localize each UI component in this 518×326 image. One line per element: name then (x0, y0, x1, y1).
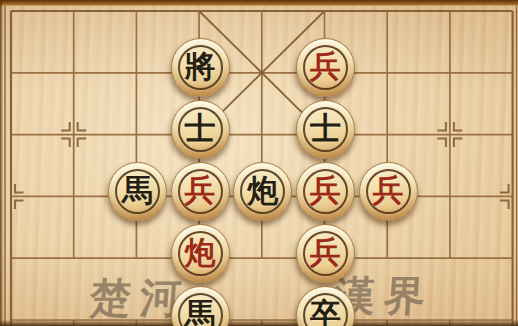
piece-glyph: 士 (310, 113, 341, 144)
piece-red-soldier[interactable]: 兵 (296, 38, 355, 97)
piece-glyph: 馬 (185, 299, 216, 326)
piece-black-cannon[interactable]: 炮 (233, 162, 292, 221)
piece-red-soldier[interactable]: 兵 (359, 162, 418, 221)
piece-black-advisor[interactable]: 士 (171, 100, 230, 159)
piece-glyph: 兵 (310, 237, 341, 268)
piece-glyph: 卒 (310, 299, 341, 326)
piece-black-horse[interactable]: 馬 (171, 286, 230, 326)
piece-glyph: 炮 (247, 175, 278, 206)
piece-glyph: 將 (185, 51, 216, 82)
xiangqi-board: 楚河 漢界 將兵士士馬兵炮兵兵炮兵馬卒 (0, 0, 518, 326)
piece-glyph: 炮 (185, 237, 216, 268)
pieces-layer: 將兵士士馬兵炮兵兵炮兵馬卒 (0, 0, 518, 326)
piece-black-horse[interactable]: 馬 (108, 162, 167, 221)
piece-black-general[interactable]: 將 (171, 38, 230, 97)
piece-red-cannon[interactable]: 炮 (171, 224, 230, 283)
piece-red-soldier[interactable]: 兵 (296, 162, 355, 221)
piece-black-advisor[interactable]: 士 (296, 100, 355, 159)
piece-glyph: 兵 (310, 51, 341, 82)
piece-glyph: 兵 (373, 175, 404, 206)
piece-glyph: 馬 (122, 175, 153, 206)
piece-glyph: 兵 (185, 175, 216, 206)
piece-glyph: 士 (185, 113, 216, 144)
piece-red-soldier[interactable]: 兵 (296, 224, 355, 283)
piece-glyph: 兵 (310, 175, 341, 206)
piece-red-soldier[interactable]: 兵 (171, 162, 230, 221)
piece-black-soldier[interactable]: 卒 (296, 286, 355, 326)
